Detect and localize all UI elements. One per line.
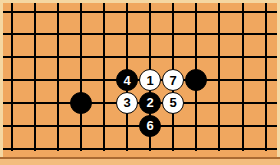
grid-line-vertical [57, 3, 59, 151]
grid-line-vertical [80, 3, 82, 151]
grid-line-vertical [34, 3, 36, 151]
stone-black[interactable] [185, 69, 207, 91]
stone-white-5[interactable]: 5 [162, 92, 184, 114]
grid-line-horizontal [3, 33, 277, 35]
move-number-label: 1 [146, 74, 153, 87]
grid-line-vertical [103, 3, 105, 151]
stone-white-3[interactable]: 3 [116, 92, 138, 114]
go-diagram: 4173256 [0, 0, 280, 165]
stone-black-4[interactable]: 4 [116, 69, 138, 91]
stone-black[interactable] [70, 92, 92, 114]
grid-line-vertical [265, 3, 267, 151]
grid-line-vertical [242, 3, 244, 151]
go-board[interactable]: 4173256 [3, 3, 277, 157]
grid-line-horizontal [3, 56, 277, 58]
stone-black-2[interactable]: 2 [139, 92, 161, 114]
move-number-label: 4 [123, 74, 130, 87]
move-number-label: 5 [170, 96, 177, 109]
grid-line-vertical [11, 3, 13, 151]
grid-line-vertical [218, 3, 220, 151]
grid-line-horizontal [3, 11, 277, 13]
grid-line-horizontal [3, 148, 277, 150]
stone-white-7[interactable]: 7 [162, 69, 184, 91]
table-below-board [0, 159, 280, 165]
stone-black-6[interactable]: 6 [139, 115, 161, 137]
move-number-label: 2 [146, 96, 153, 109]
move-number-label: 3 [123, 96, 130, 109]
move-number-label: 7 [170, 74, 177, 87]
move-number-label: 6 [146, 119, 153, 132]
stone-white-1[interactable]: 1 [139, 69, 161, 91]
